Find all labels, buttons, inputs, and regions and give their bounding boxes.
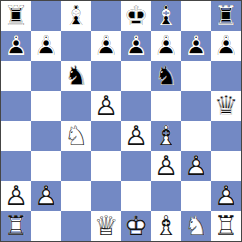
square-h5[interactable]: ♛♕ — [211, 91, 241, 121]
piece-glyph-fill: ♝ — [151, 211, 181, 241]
piece-glyph-fill: ♛ — [91, 211, 121, 241]
piece-glyph-fill: ♟ — [31, 31, 61, 61]
piece-glyph-fill: ♟ — [151, 31, 181, 61]
piece-glyph-fill: ♟ — [91, 31, 121, 61]
square-e3[interactable] — [121, 151, 151, 181]
square-a3[interactable] — [1, 151, 31, 181]
square-f5[interactable] — [151, 91, 181, 121]
piece-glyph-fill: ♟ — [1, 181, 31, 211]
piece-glyph-fill: ♚ — [121, 211, 151, 241]
square-a6[interactable] — [1, 61, 31, 91]
square-d5[interactable]: ♟♙ — [91, 91, 121, 121]
square-c5[interactable] — [61, 91, 91, 121]
piece-glyph-fill: ♟ — [181, 31, 211, 61]
piece-glyph-fill: ♜ — [1, 1, 31, 31]
square-a2[interactable]: ♟♙ — [1, 181, 31, 211]
white-pawn[interactable]: ♟♙ — [31, 181, 61, 211]
piece-glyph-outline: ♖ — [211, 1, 241, 31]
square-e8[interactable]: ♚♔ — [121, 1, 151, 31]
piece-glyph-outline: ♙ — [151, 151, 181, 181]
square-f4[interactable]: ♝♗ — [151, 121, 181, 151]
black-pawn[interactable]: ♟♙ — [181, 31, 211, 61]
piece-glyph-outline: ♙ — [181, 151, 211, 181]
white-pawn[interactable]: ♟♙ — [91, 91, 121, 121]
piece-glyph-outline: ♙ — [181, 31, 211, 61]
piece-glyph-outline: ♗ — [61, 1, 91, 31]
white-bishop[interactable]: ♝♗ — [151, 121, 181, 151]
piece-glyph-outline: ♕ — [211, 91, 241, 121]
white-knight[interactable]: ♞♘ — [61, 121, 91, 151]
square-b1[interactable] — [31, 211, 61, 241]
piece-glyph-outline: ♙ — [1, 31, 31, 61]
piece-glyph-outline: ♘ — [181, 211, 211, 241]
piece-glyph-fill: ♟ — [181, 151, 211, 181]
piece-glyph-outline: ♘ — [61, 121, 91, 151]
square-a1[interactable]: ♜♖ — [1, 211, 31, 241]
piece-glyph-outline: ♙ — [1, 181, 31, 211]
black-knight[interactable]: ♞♘ — [61, 61, 91, 91]
square-g6[interactable] — [181, 61, 211, 91]
square-h8[interactable]: ♜♖ — [211, 1, 241, 31]
black-queen[interactable]: ♛♕ — [211, 91, 241, 121]
square-e4[interactable]: ♟♙ — [121, 121, 151, 151]
white-knight[interactable]: ♞♘ — [181, 211, 211, 241]
square-c1[interactable] — [61, 211, 91, 241]
white-king[interactable]: ♚♔ — [121, 211, 151, 241]
square-c2[interactable] — [61, 181, 91, 211]
piece-glyph-outline: ♙ — [91, 91, 121, 121]
square-e1[interactable]: ♚♔ — [121, 211, 151, 241]
piece-glyph-fill: ♟ — [211, 181, 241, 211]
piece-glyph-fill: ♞ — [181, 211, 211, 241]
piece-glyph-outline: ♖ — [211, 211, 241, 241]
square-d6[interactable] — [91, 61, 121, 91]
black-rook[interactable]: ♜♖ — [1, 1, 31, 31]
piece-glyph-outline: ♙ — [211, 31, 241, 61]
piece-glyph-outline: ♖ — [1, 1, 31, 31]
square-a7[interactable]: ♟♙ — [1, 31, 31, 61]
square-e5[interactable] — [121, 91, 151, 121]
white-pawn[interactable]: ♟♙ — [181, 151, 211, 181]
black-pawn[interactable]: ♟♙ — [1, 31, 31, 61]
black-king[interactable]: ♚♔ — [121, 1, 151, 31]
square-f3[interactable]: ♟♙ — [151, 151, 181, 181]
square-h1[interactable]: ♜♖ — [211, 211, 241, 241]
white-rook[interactable]: ♜♖ — [1, 211, 31, 241]
square-c3[interactable] — [61, 151, 91, 181]
square-b3[interactable] — [31, 151, 61, 181]
black-pawn[interactable]: ♟♙ — [91, 31, 121, 61]
square-e6[interactable] — [121, 61, 151, 91]
square-b2[interactable]: ♟♙ — [31, 181, 61, 211]
piece-glyph-outline: ♗ — [151, 1, 181, 31]
white-pawn[interactable]: ♟♙ — [211, 181, 241, 211]
piece-glyph-outline: ♙ — [121, 121, 151, 151]
piece-glyph-outline: ♔ — [121, 211, 151, 241]
black-bishop[interactable]: ♝♗ — [151, 1, 181, 31]
piece-glyph-fill: ♞ — [61, 61, 91, 91]
square-h7[interactable]: ♟♙ — [211, 31, 241, 61]
white-queen[interactable]: ♛♕ — [91, 211, 121, 241]
square-h4[interactable] — [211, 121, 241, 151]
chess-board: ♜♖♝♗♚♔♝♗♜♖♟♙♟♙♟♙♟♙♟♙♟♙♟♙♞♘♞♘♟♙♛♕♞♘♟♙♝♗♟♙… — [0, 0, 242, 242]
piece-glyph-fill: ♟ — [91, 91, 121, 121]
square-c7[interactable] — [61, 31, 91, 61]
square-b7[interactable]: ♟♙ — [31, 31, 61, 61]
piece-glyph-outline: ♙ — [31, 181, 61, 211]
square-e7[interactable]: ♟♙ — [121, 31, 151, 61]
square-d1[interactable]: ♛♕ — [91, 211, 121, 241]
piece-glyph-outline: ♖ — [1, 211, 31, 241]
white-pawn[interactable]: ♟♙ — [121, 121, 151, 151]
square-h2[interactable]: ♟♙ — [211, 181, 241, 211]
piece-glyph-fill: ♟ — [31, 181, 61, 211]
square-d4[interactable] — [91, 121, 121, 151]
piece-glyph-fill: ♚ — [121, 1, 151, 31]
piece-glyph-fill: ♞ — [61, 121, 91, 151]
piece-glyph-fill: ♟ — [121, 31, 151, 61]
square-g2[interactable] — [181, 181, 211, 211]
square-f1[interactable]: ♝♗ — [151, 211, 181, 241]
square-a4[interactable] — [1, 121, 31, 151]
black-knight[interactable]: ♞♘ — [151, 61, 181, 91]
piece-glyph-fill: ♝ — [61, 1, 91, 31]
piece-glyph-outline: ♔ — [121, 1, 151, 31]
white-bishop[interactable]: ♝♗ — [151, 211, 181, 241]
piece-glyph-outline: ♙ — [151, 31, 181, 61]
square-f7[interactable]: ♟♙ — [151, 31, 181, 61]
piece-glyph-fill: ♞ — [151, 61, 181, 91]
black-pawn[interactable]: ♟♙ — [121, 31, 151, 61]
piece-glyph-outline: ♘ — [151, 61, 181, 91]
square-g5[interactable] — [181, 91, 211, 121]
piece-glyph-fill: ♜ — [211, 211, 241, 241]
square-c8[interactable]: ♝♗ — [61, 1, 91, 31]
piece-glyph-outline: ♙ — [121, 31, 151, 61]
black-rook[interactable]: ♜♖ — [211, 1, 241, 31]
square-b5[interactable] — [31, 91, 61, 121]
piece-glyph-fill: ♝ — [151, 121, 181, 151]
square-a5[interactable] — [1, 91, 31, 121]
square-b6[interactable] — [31, 61, 61, 91]
square-h6[interactable] — [211, 61, 241, 91]
square-a8[interactable]: ♜♖ — [1, 1, 31, 31]
black-pawn[interactable]: ♟♙ — [31, 31, 61, 61]
square-g8[interactable] — [181, 1, 211, 31]
piece-glyph-outline: ♗ — [151, 211, 181, 241]
piece-glyph-fill: ♟ — [121, 121, 151, 151]
square-d8[interactable] — [91, 1, 121, 31]
black-pawn[interactable]: ♟♙ — [151, 31, 181, 61]
board-container: ♜♖♝♗♚♔♝♗♜♖♟♙♟♙♟♙♟♙♟♙♟♙♟♙♞♘♞♘♟♙♛♕♞♘♟♙♝♗♟♙… — [0, 0, 242, 242]
square-f6[interactable]: ♞♘ — [151, 61, 181, 91]
piece-glyph-fill: ♛ — [211, 91, 241, 121]
square-c6[interactable]: ♞♘ — [61, 61, 91, 91]
piece-glyph-outline: ♙ — [31, 31, 61, 61]
piece-glyph-outline: ♕ — [91, 211, 121, 241]
square-b4[interactable] — [31, 121, 61, 151]
piece-glyph-fill: ♜ — [211, 1, 241, 31]
square-f2[interactable] — [151, 181, 181, 211]
piece-glyph-fill: ♟ — [1, 31, 31, 61]
square-g7[interactable]: ♟♙ — [181, 31, 211, 61]
square-c4[interactable]: ♞♘ — [61, 121, 91, 151]
square-g1[interactable]: ♞♘ — [181, 211, 211, 241]
piece-glyph-outline: ♙ — [211, 181, 241, 211]
square-h3[interactable] — [211, 151, 241, 181]
piece-glyph-outline: ♗ — [151, 121, 181, 151]
white-rook[interactable]: ♜♖ — [211, 211, 241, 241]
square-d7[interactable]: ♟♙ — [91, 31, 121, 61]
square-g4[interactable] — [181, 121, 211, 151]
square-g3[interactable]: ♟♙ — [181, 151, 211, 181]
square-b8[interactable] — [31, 1, 61, 31]
white-pawn[interactable]: ♟♙ — [151, 151, 181, 181]
piece-glyph-outline: ♙ — [91, 31, 121, 61]
piece-glyph-fill: ♝ — [151, 1, 181, 31]
square-f8[interactable]: ♝♗ — [151, 1, 181, 31]
piece-glyph-fill: ♟ — [151, 151, 181, 181]
black-pawn[interactable]: ♟♙ — [211, 31, 241, 61]
square-e2[interactable] — [121, 181, 151, 211]
white-pawn[interactable]: ♟♙ — [1, 181, 31, 211]
square-d3[interactable] — [91, 151, 121, 181]
piece-glyph-outline: ♘ — [61, 61, 91, 91]
black-bishop[interactable]: ♝♗ — [61, 1, 91, 31]
square-d2[interactable] — [91, 181, 121, 211]
piece-glyph-fill: ♟ — [211, 31, 241, 61]
piece-glyph-fill: ♜ — [1, 211, 31, 241]
